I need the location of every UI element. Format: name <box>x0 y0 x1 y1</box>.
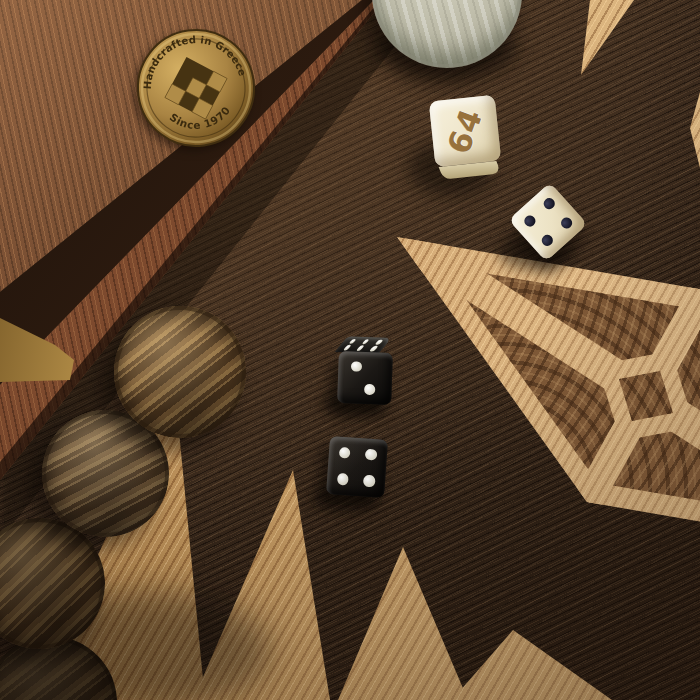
die-pip <box>369 346 378 351</box>
die-pip <box>351 361 362 372</box>
die-pip <box>356 345 365 350</box>
die-pip <box>375 340 384 345</box>
die-pip <box>364 384 375 395</box>
checker-brown-1[interactable] <box>114 306 246 438</box>
backgammon-closeup-photo: Handcrafted in Greece Since 1970 64 <box>0 0 700 700</box>
die-pip <box>348 339 357 344</box>
brand-medallion: Handcrafted in Greece Since 1970 <box>121 13 271 163</box>
black-die-1[interactable] <box>337 351 393 405</box>
die-pip <box>338 447 350 459</box>
die-pip <box>361 339 370 344</box>
die-pip <box>343 345 352 350</box>
die-pip <box>522 214 537 229</box>
die-pip <box>540 233 555 248</box>
black-die-2-face <box>326 436 388 498</box>
doubling-cube-value: 64 <box>423 89 508 174</box>
die-pip <box>559 215 574 230</box>
die-pip <box>337 473 349 485</box>
black-die-1-face <box>337 351 393 405</box>
die-pip <box>541 196 556 211</box>
die-pip <box>363 475 375 487</box>
die-pip <box>365 448 377 460</box>
black-die-2[interactable] <box>326 436 388 498</box>
doubling-cube[interactable]: 64 <box>429 95 502 168</box>
